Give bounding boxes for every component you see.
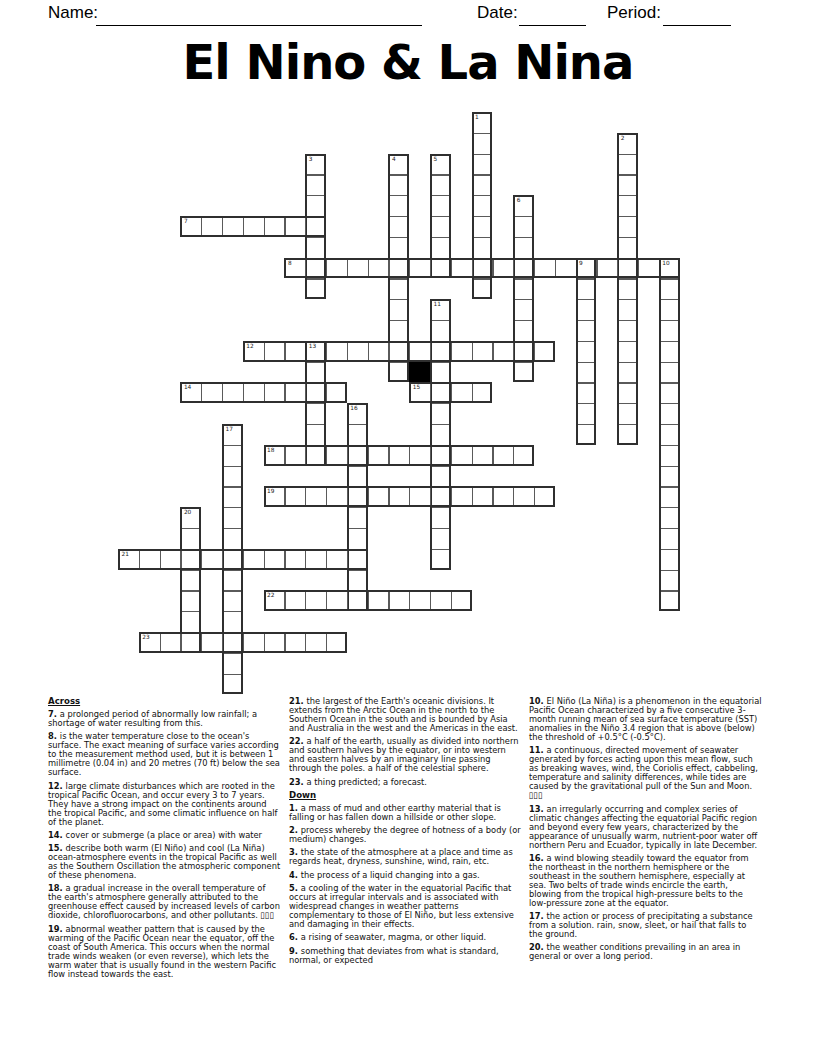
clue-22: 22. a half of the earth, usually as divi… (289, 737, 522, 773)
clue-3: 3. the state of the atmosphere at a plac… (289, 848, 522, 866)
cell-divider (617, 260, 618, 277)
clue-1: 1. a mass of mud and other earthy materi… (289, 804, 522, 822)
cell-divider (534, 260, 535, 277)
cell-divider (284, 343, 285, 360)
cell-divider (451, 447, 452, 464)
cell-divider (451, 343, 452, 360)
period-input-line[interactable] (663, 4, 731, 26)
cell-divider (534, 488, 535, 505)
cell-divider (661, 278, 678, 279)
cell-divider (474, 154, 491, 155)
cell-divider (390, 216, 407, 217)
cell-divider (368, 343, 369, 360)
cell-divider (513, 447, 514, 464)
clue-11: 11. a continuous, directed movement of s… (529, 746, 762, 800)
cell-divider (224, 466, 241, 467)
cell-divider (430, 343, 431, 360)
cell-divider (182, 590, 199, 591)
cell-divider (388, 592, 389, 609)
cell-divider (201, 634, 202, 651)
word-20-down[interactable]: 20 (180, 507, 201, 653)
word-2-down[interactable]: 2 (617, 133, 638, 445)
cell-divider (388, 343, 389, 360)
cell-divider (390, 299, 407, 300)
cell-divider (472, 488, 473, 505)
cell-divider (555, 260, 556, 277)
cell-divider (243, 218, 244, 235)
cell-divider (492, 447, 493, 464)
cell-divider (368, 592, 369, 609)
clue-number-20: 20 (184, 509, 191, 516)
cell-divider (264, 218, 265, 235)
clue-9: 9. something that deviates from what is … (289, 947, 522, 965)
cell-divider (661, 299, 678, 300)
word-21-across[interactable]: 21 (118, 549, 368, 570)
cell-divider (224, 507, 241, 508)
clue-column-2: 21. the largest of the Earth's oceanic d… (289, 697, 522, 969)
clue-8: 8. is the water temperature close to the… (48, 732, 281, 777)
cell-divider (409, 488, 410, 505)
cell-divider (390, 362, 407, 363)
cell-divider (661, 507, 678, 508)
cell-divider (661, 445, 678, 446)
cell-divider (534, 343, 535, 360)
cell-divider (409, 447, 410, 464)
cell-divider (578, 362, 595, 363)
clue-number-9: 9 (579, 260, 583, 267)
cell-divider (515, 237, 532, 238)
cell-divider (305, 447, 306, 464)
cell-divider (430, 447, 431, 464)
cell-divider (430, 384, 431, 401)
clue-number-5: 5 (434, 156, 438, 163)
cell-divider (222, 634, 223, 651)
clue-heading-across: Across (48, 697, 281, 706)
cell-divider (326, 260, 327, 277)
clue-13: 13. an irregularly occurring and complex… (529, 805, 762, 850)
word-9-down[interactable]: 9 (576, 258, 597, 445)
cell-divider (430, 592, 431, 609)
cell-divider (388, 260, 389, 277)
cell-divider (284, 218, 285, 235)
cell-divider (515, 299, 532, 300)
clue-number-10: 10 (662, 260, 669, 267)
cell-divider (430, 260, 431, 277)
cell-divider (432, 237, 449, 238)
cell-divider (305, 488, 306, 505)
cell-divider (661, 341, 678, 342)
cell-divider (432, 362, 449, 363)
cell-divider (224, 653, 241, 654)
cell-divider (661, 382, 678, 383)
black-cell (409, 362, 430, 383)
clue-number-2: 2 (621, 135, 625, 142)
cell-divider (578, 341, 595, 342)
cell-divider (661, 528, 678, 529)
cell-divider (222, 218, 223, 235)
clue-5: 5. a cooling of the water in the equator… (289, 884, 522, 929)
clue-number-21: 21 (122, 551, 129, 558)
cell-divider (578, 299, 595, 300)
cell-divider (661, 570, 678, 571)
cell-divider (661, 590, 678, 591)
cell-divider (368, 488, 369, 505)
clue-19: 19. abnormal weather pattern that is cau… (48, 925, 281, 979)
cell-divider (182, 570, 199, 571)
clue-number-16: 16 (350, 405, 357, 412)
cell-divider (474, 174, 491, 175)
cell-divider (474, 133, 491, 134)
cell-divider (284, 488, 285, 505)
cell-divider (578, 320, 595, 321)
word-15-across[interactable]: 15 (409, 382, 492, 403)
name-label: Name: (48, 3, 98, 23)
cell-divider (307, 403, 324, 404)
cell-divider (619, 403, 636, 404)
worksheet-page: Name: Date: Period: El Nino & La Nina 12… (0, 0, 816, 1056)
cell-divider (619, 237, 636, 238)
cell-divider (638, 260, 639, 277)
clue-23: 23. a thing predicted; a forecast. (289, 778, 522, 787)
cell-divider (224, 611, 241, 612)
clue-4: 4. the process of a liquid changing into… (289, 871, 522, 880)
cell-divider (243, 384, 244, 401)
cell-divider (515, 362, 532, 363)
cell-divider (472, 343, 473, 360)
clue-heading-down: Down (289, 791, 522, 800)
cell-divider (326, 343, 327, 360)
cell-divider (284, 551, 285, 568)
clue-number-23: 23 (142, 634, 149, 641)
cell-divider (347, 488, 348, 505)
clue-number-13: 13 (309, 343, 316, 350)
word-11-down[interactable]: 11 (430, 299, 451, 569)
word-18-across[interactable]: 18 (264, 445, 534, 466)
name-input-line[interactable] (96, 4, 422, 26)
cell-divider (432, 195, 449, 196)
cell-divider (307, 362, 324, 363)
clue-number-8: 8 (288, 260, 292, 267)
clue-number-1: 1 (475, 114, 479, 121)
cell-divider (472, 447, 473, 464)
cell-divider (139, 551, 140, 568)
cell-divider (349, 570, 366, 571)
cell-divider (390, 237, 407, 238)
clue-14: 14. cover or submerge (a place or area) … (48, 831, 281, 840)
cell-divider (578, 403, 595, 404)
clue-number-12: 12 (246, 343, 253, 350)
cell-divider (305, 384, 306, 401)
clue-column-3: 10. El Niño (La Niña) is a phenomenon in… (529, 697, 762, 966)
cell-divider (182, 528, 199, 529)
cell-divider (432, 528, 449, 529)
cell-divider (326, 634, 327, 651)
cell-divider (661, 320, 678, 321)
cell-divider (451, 260, 452, 277)
cell-divider (347, 260, 348, 277)
word-23-across[interactable]: 23 (139, 632, 347, 653)
cell-divider (224, 590, 241, 591)
cell-divider (409, 260, 410, 277)
cell-divider (474, 237, 491, 238)
cell-divider (515, 320, 532, 321)
cell-divider (326, 384, 327, 401)
clue-number-4: 4 (392, 156, 396, 163)
cell-divider (432, 466, 449, 467)
clue-number-19: 19 (267, 488, 274, 495)
cell-divider (368, 260, 369, 277)
cell-divider (368, 447, 369, 464)
cell-divider (349, 424, 366, 425)
cell-divider (619, 362, 636, 363)
cell-divider (326, 592, 327, 609)
cell-divider (515, 278, 532, 279)
cell-divider (201, 551, 202, 568)
cell-divider (661, 424, 678, 425)
period-label: Period: (607, 3, 661, 23)
cell-divider (619, 174, 636, 175)
cell-divider (349, 466, 366, 467)
cell-divider (474, 278, 491, 279)
cell-divider (326, 488, 327, 505)
puzzle-title: El Nino & La Nina (0, 34, 816, 90)
cell-divider (160, 551, 161, 568)
cell-divider (347, 447, 348, 464)
cell-divider (661, 362, 678, 363)
cell-divider (222, 551, 223, 568)
cell-divider (305, 551, 306, 568)
word-14-across[interactable]: 14 (180, 382, 346, 403)
cell-divider (619, 195, 636, 196)
cell-divider (326, 551, 327, 568)
cell-divider (390, 320, 407, 321)
cell-divider (474, 195, 491, 196)
cell-divider (305, 592, 306, 609)
clue-number-18: 18 (267, 447, 274, 454)
cell-divider (619, 299, 636, 300)
cell-divider (661, 549, 678, 550)
cell-divider (284, 384, 285, 401)
cell-divider (264, 551, 265, 568)
cell-divider (492, 260, 493, 277)
word-22-across[interactable]: 22 (264, 590, 472, 611)
clue-number-22: 22 (267, 592, 274, 599)
cell-divider (472, 260, 473, 277)
cell-divider (347, 551, 348, 568)
clue-number-6: 6 (517, 197, 521, 204)
date-input-line[interactable] (519, 4, 586, 26)
cell-divider (222, 384, 223, 401)
cell-divider (201, 218, 202, 235)
cell-divider (349, 507, 366, 508)
cell-divider (264, 343, 265, 360)
cell-divider (307, 278, 324, 279)
cell-divider (619, 278, 636, 279)
cell-divider (619, 320, 636, 321)
cell-divider (224, 445, 241, 446)
cell-divider (224, 528, 241, 529)
cell-divider (388, 447, 389, 464)
cell-divider (224, 570, 241, 571)
cell-divider (305, 634, 306, 651)
cell-divider (182, 611, 199, 612)
clue-number-15: 15 (413, 384, 420, 391)
cell-divider (201, 384, 202, 401)
cell-divider (513, 488, 514, 505)
cell-divider (492, 488, 493, 505)
cell-divider (432, 216, 449, 217)
cell-divider (284, 634, 285, 651)
cell-divider (264, 634, 265, 651)
date-label: Date: (477, 3, 518, 23)
cell-divider (596, 260, 597, 277)
cell-divider (284, 592, 285, 609)
cell-divider (451, 488, 452, 505)
clue-18: 18. a gradual increase in the overall te… (48, 884, 281, 920)
cell-divider (307, 424, 324, 425)
clue-2: 2. process whereby the degree of hotness… (289, 826, 522, 844)
cell-divider (472, 384, 473, 401)
word-10-down[interactable]: 10 (659, 258, 680, 612)
cell-divider (578, 278, 595, 279)
clue-6: 6. a rising of seawater, magma, or other… (289, 933, 522, 942)
cell-divider (432, 424, 449, 425)
cell-divider (284, 447, 285, 464)
clue-12: 12. large climate disturbances which are… (48, 782, 281, 827)
cell-divider (578, 424, 595, 425)
clue-15: 15. describe both warm (El Niño) and coo… (48, 844, 281, 880)
cell-divider (388, 488, 389, 505)
cell-divider (432, 403, 449, 404)
clue-number-17: 17 (226, 426, 233, 433)
clue-17: 17. the action or process of precipitati… (529, 912, 762, 939)
cell-divider (430, 488, 431, 505)
cell-divider (243, 551, 244, 568)
cell-divider (661, 403, 678, 404)
cell-divider (347, 592, 348, 609)
cell-divider (474, 216, 491, 217)
cell-divider (224, 674, 241, 675)
clue-20: 20. the weather conditions prevailing in… (529, 943, 762, 961)
cell-divider (432, 507, 449, 508)
cell-divider (390, 278, 407, 279)
word-8-across[interactable]: 8 (284, 258, 679, 279)
cell-divider (390, 195, 407, 196)
cell-divider (619, 154, 636, 155)
clue-16: 16. a wind blowing steadily toward the e… (529, 854, 762, 908)
cell-divider (326, 447, 327, 464)
cell-divider (224, 486, 241, 487)
crossword-grid[interactable]: 1234567891011121314151617181920212223 (118, 112, 680, 694)
cell-divider (349, 528, 366, 529)
cell-divider (619, 341, 636, 342)
cell-divider (307, 195, 324, 196)
cell-divider (432, 174, 449, 175)
clue-number-14: 14 (184, 384, 191, 391)
clue-21: 21. the largest of the Earth's oceanic d… (289, 697, 522, 733)
cell-divider (180, 634, 181, 651)
cell-divider (432, 549, 449, 550)
clue-number-7: 7 (184, 218, 188, 225)
cell-divider (305, 260, 306, 277)
cell-divider (307, 237, 324, 238)
cell-divider (619, 424, 636, 425)
clue-10: 10. El Niño (La Niña) is a phenomenon in… (529, 697, 762, 742)
cell-divider (264, 384, 265, 401)
word-12-across[interactable]: 12 (243, 341, 555, 362)
cell-divider (409, 592, 410, 609)
cell-divider (513, 260, 514, 277)
cell-divider (409, 343, 410, 360)
cell-divider (513, 343, 514, 360)
word-16-down[interactable]: 16 (347, 403, 368, 611)
cell-divider (451, 592, 452, 609)
cell-divider (305, 218, 306, 235)
cell-divider (619, 216, 636, 217)
cell-divider (619, 382, 636, 383)
cell-divider (451, 384, 452, 401)
clue-7: 7. a prolonged period of abnormally low … (48, 710, 281, 728)
cell-divider (432, 320, 449, 321)
cell-divider (578, 382, 595, 383)
clue-number-11: 11 (434, 301, 441, 308)
cell-divider (347, 343, 348, 360)
cell-divider (661, 466, 678, 467)
word-19-across[interactable]: 19 (264, 486, 555, 507)
clue-number-3: 3 (309, 156, 313, 163)
cell-divider (307, 174, 324, 175)
cell-divider (180, 551, 181, 568)
word-7-across[interactable]: 7 (180, 216, 326, 237)
cell-divider (515, 216, 532, 217)
cell-divider (243, 634, 244, 651)
clue-column-1: Across7. a prolonged period of abnormall… (48, 697, 281, 983)
cell-divider (661, 486, 678, 487)
cell-divider (492, 343, 493, 360)
cell-divider (390, 174, 407, 175)
cell-divider (160, 634, 161, 651)
